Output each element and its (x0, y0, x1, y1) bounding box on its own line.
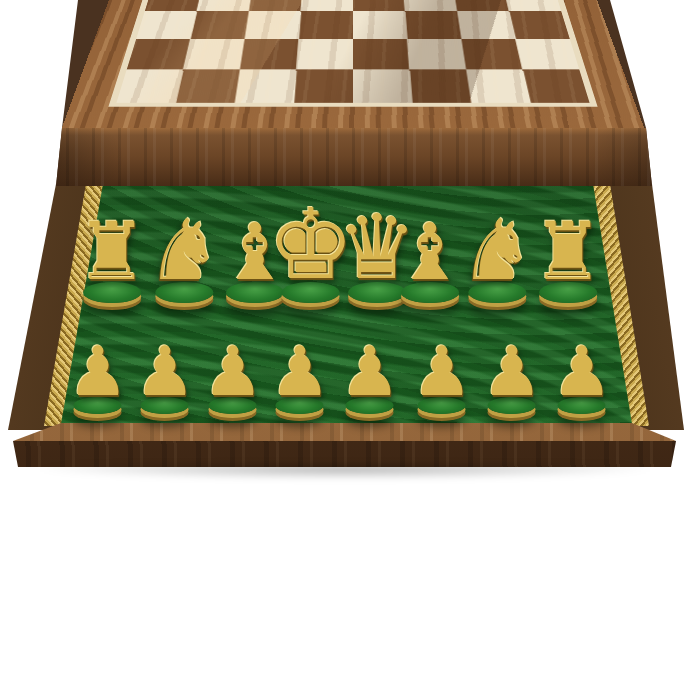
pawn-glyph: ♟ (270, 341, 331, 404)
back-rook-left[interactable]: ♜ (76, 215, 148, 303)
back-rook-right[interactable]: ♜ (532, 215, 604, 303)
box-front-face (40, 128, 672, 188)
pawn-7[interactable]: ♟ (482, 341, 543, 414)
checkerboard-squares (116, 0, 589, 103)
pawn-glyph: ♟ (135, 341, 196, 404)
pawn-glyph: ♟ (203, 341, 264, 404)
pawn-1[interactable]: ♟ (68, 341, 129, 414)
back-knight-right[interactable]: ♞ (459, 212, 534, 303)
knight-glyph: ♞ (146, 212, 221, 289)
pawn-glyph: ♟ (552, 341, 613, 404)
pawn-4[interactable]: ♟ (270, 341, 331, 414)
drawer-shadow (30, 464, 660, 480)
back-bishop-right[interactable]: ♝ (395, 217, 465, 303)
rook-glyph: ♜ (532, 215, 604, 289)
pawn-glyph: ♟ (340, 341, 401, 404)
pawn-glyph: ♟ (68, 341, 129, 404)
pawn-glyph: ♟ (482, 341, 543, 404)
product-scene: ♜ ♞ ♝ ♚ ♛ ♝ ♞ ♜ ♟ ♟ ♟ ♟ (0, 0, 690, 690)
pawn-2[interactable]: ♟ (135, 341, 196, 414)
rook-glyph: ♜ (76, 215, 148, 289)
pawn-5[interactable]: ♟ (340, 341, 401, 414)
back-knight-left[interactable]: ♞ (146, 212, 221, 303)
chess-board-surface (61, 0, 645, 130)
pawn-glyph: ♟ (412, 341, 473, 404)
pawn-6[interactable]: ♟ (412, 341, 473, 414)
pawn-8[interactable]: ♟ (552, 341, 613, 414)
knight-glyph: ♞ (459, 212, 534, 289)
pawn-3[interactable]: ♟ (203, 341, 264, 414)
bishop-glyph: ♝ (395, 217, 465, 289)
board-maple-border (108, 0, 597, 107)
